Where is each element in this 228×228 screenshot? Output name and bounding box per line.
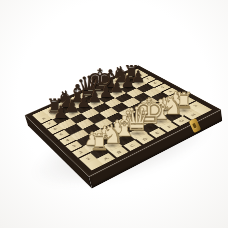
coord-tile: 1 [186,101,203,110]
square-d1 [127,127,147,139]
square-d2 [119,122,139,133]
square-a4 [69,129,88,140]
coord-tile: D [135,133,153,144]
coord-tile: G [172,115,190,125]
coord-tile: E [148,127,166,137]
square-e1 [139,122,159,133]
coord-tile: B [110,146,128,157]
coord-tile: 5 [53,129,69,139]
ring-corner-tile [194,105,212,114]
coord-tile: 3 [65,140,82,151]
coord-tile: 2 [72,146,89,157]
coord-tile: A [96,153,114,164]
square-g1 [163,110,183,121]
coord-tile: 4 [59,135,76,145]
square-e3 [124,111,143,122]
coord-tile: F [160,121,178,131]
square-b3 [88,128,107,139]
square-b2 [95,134,115,146]
square-g2 [155,105,174,115]
square-c1 [115,133,135,145]
square-a1 [89,146,109,159]
square-b4 [82,123,101,134]
square-f1 [151,116,171,127]
square-a3 [76,134,95,146]
coord-tile: H [184,110,202,120]
square-c2 [107,128,127,140]
square-b1 [102,139,122,151]
coord-tile: C [123,140,141,151]
square-f2 [143,111,162,122]
square-h2 [166,100,185,110]
square-c4 [94,117,113,128]
square-e2 [131,116,151,127]
coord-tile: 1 [79,153,97,164]
square-a2 [82,140,102,152]
ring-corner-tile [85,158,103,170]
chess-set-photo: ABCDEFGHABCDEFGH8765432187654321 ♜♞♝♛♚♝♞… [0,0,228,228]
square-a5 [63,123,81,134]
square-h1 [174,105,194,116]
square-c3 [100,123,119,134]
square-d3 [112,117,131,128]
